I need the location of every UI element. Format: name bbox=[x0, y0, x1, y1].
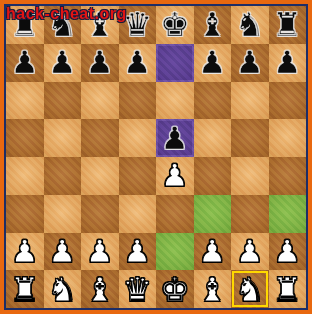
white-pawn[interactable]: ♟ bbox=[11, 236, 39, 267]
square-e6[interactable] bbox=[156, 82, 194, 120]
square-c2[interactable]: ♟ bbox=[81, 233, 119, 271]
square-f7[interactable]: ♟ bbox=[194, 44, 232, 82]
square-c3[interactable] bbox=[81, 195, 119, 233]
square-h7[interactable]: ♟ bbox=[269, 44, 307, 82]
square-e5[interactable]: ♟ bbox=[156, 119, 194, 157]
square-b7[interactable]: ♟ bbox=[44, 44, 82, 82]
white-knight[interactable]: ♞ bbox=[235, 273, 265, 306]
square-b6[interactable] bbox=[44, 82, 82, 120]
square-g5[interactable] bbox=[231, 119, 269, 157]
square-e2[interactable] bbox=[156, 233, 194, 271]
square-d1[interactable]: ♛ bbox=[119, 270, 157, 308]
square-d4[interactable] bbox=[119, 157, 157, 195]
black-king[interactable]: ♚ bbox=[160, 8, 190, 41]
white-knight[interactable]: ♞ bbox=[47, 273, 77, 306]
square-h4[interactable] bbox=[269, 157, 307, 195]
square-f8[interactable]: ♝ bbox=[194, 6, 232, 44]
square-d3[interactable] bbox=[119, 195, 157, 233]
chess-board: ♜♞♝♛♚♝♞♜♟♟♟♟♟♟♟♟♟♟♟♟♟♟♟♟♜♞♝♛♚♝♞♜ bbox=[6, 6, 306, 308]
square-g7[interactable]: ♟ bbox=[231, 44, 269, 82]
black-pawn[interactable]: ♟ bbox=[123, 47, 151, 78]
square-d8[interactable]: ♛ bbox=[119, 6, 157, 44]
square-e4[interactable]: ♟ bbox=[156, 157, 194, 195]
square-e1[interactable]: ♚ bbox=[156, 270, 194, 308]
white-rook[interactable]: ♜ bbox=[272, 273, 302, 306]
square-f5[interactable] bbox=[194, 119, 232, 157]
white-king[interactable]: ♚ bbox=[160, 273, 190, 306]
square-g6[interactable] bbox=[231, 82, 269, 120]
square-c6[interactable] bbox=[81, 82, 119, 120]
square-a8[interactable]: ♜ bbox=[6, 6, 44, 44]
square-a6[interactable] bbox=[6, 82, 44, 120]
square-b2[interactable]: ♟ bbox=[44, 233, 82, 271]
black-bishop[interactable]: ♝ bbox=[85, 8, 115, 41]
square-a3[interactable] bbox=[6, 195, 44, 233]
square-e3[interactable] bbox=[156, 195, 194, 233]
square-f4[interactable] bbox=[194, 157, 232, 195]
square-c7[interactable]: ♟ bbox=[81, 44, 119, 82]
white-pawn[interactable]: ♟ bbox=[236, 236, 264, 267]
square-d6[interactable] bbox=[119, 82, 157, 120]
square-g1[interactable]: ♞ bbox=[231, 270, 269, 308]
square-h3[interactable] bbox=[269, 195, 307, 233]
square-d7[interactable]: ♟ bbox=[119, 44, 157, 82]
black-knight[interactable]: ♞ bbox=[235, 8, 265, 41]
square-c4[interactable] bbox=[81, 157, 119, 195]
square-b5[interactable] bbox=[44, 119, 82, 157]
square-h2[interactable]: ♟ bbox=[269, 233, 307, 271]
black-pawn[interactable]: ♟ bbox=[273, 47, 301, 78]
square-h8[interactable]: ♜ bbox=[269, 6, 307, 44]
square-a5[interactable] bbox=[6, 119, 44, 157]
black-pawn[interactable]: ♟ bbox=[86, 47, 114, 78]
square-b8[interactable]: ♞ bbox=[44, 6, 82, 44]
black-pawn[interactable]: ♟ bbox=[11, 47, 39, 78]
square-a4[interactable] bbox=[6, 157, 44, 195]
square-e7[interactable] bbox=[156, 44, 194, 82]
square-g8[interactable]: ♞ bbox=[231, 6, 269, 44]
white-rook[interactable]: ♜ bbox=[10, 273, 40, 306]
white-pawn[interactable]: ♟ bbox=[123, 236, 151, 267]
square-c8[interactable]: ♝ bbox=[81, 6, 119, 44]
white-pawn[interactable]: ♟ bbox=[86, 236, 114, 267]
white-pawn[interactable]: ♟ bbox=[161, 160, 189, 191]
square-b4[interactable] bbox=[44, 157, 82, 195]
black-bishop[interactable]: ♝ bbox=[197, 8, 227, 41]
square-f6[interactable] bbox=[194, 82, 232, 120]
square-d2[interactable]: ♟ bbox=[119, 233, 157, 271]
white-pawn[interactable]: ♟ bbox=[198, 236, 226, 267]
black-rook[interactable]: ♜ bbox=[272, 8, 302, 41]
white-bishop[interactable]: ♝ bbox=[197, 273, 227, 306]
square-a2[interactable]: ♟ bbox=[6, 233, 44, 271]
white-pawn[interactable]: ♟ bbox=[48, 236, 76, 267]
square-c5[interactable] bbox=[81, 119, 119, 157]
square-f3[interactable] bbox=[194, 195, 232, 233]
black-rook[interactable]: ♜ bbox=[10, 8, 40, 41]
square-b1[interactable]: ♞ bbox=[44, 270, 82, 308]
square-h1[interactable]: ♜ bbox=[269, 270, 307, 308]
square-h6[interactable] bbox=[269, 82, 307, 120]
black-pawn[interactable]: ♟ bbox=[48, 47, 76, 78]
square-d5[interactable] bbox=[119, 119, 157, 157]
square-f2[interactable]: ♟ bbox=[194, 233, 232, 271]
white-bishop[interactable]: ♝ bbox=[85, 273, 115, 306]
square-f1[interactable]: ♝ bbox=[194, 270, 232, 308]
square-h5[interactable] bbox=[269, 119, 307, 157]
black-pawn[interactable]: ♟ bbox=[161, 123, 189, 154]
square-g3[interactable] bbox=[231, 195, 269, 233]
square-g4[interactable] bbox=[231, 157, 269, 195]
board-frame: ♜♞♝♛♚♝♞♜♟♟♟♟♟♟♟♟♟♟♟♟♟♟♟♟♜♞♝♛♚♝♞♜ bbox=[4, 4, 308, 310]
square-a7[interactable]: ♟ bbox=[6, 44, 44, 82]
black-pawn[interactable]: ♟ bbox=[236, 47, 264, 78]
white-queen[interactable]: ♛ bbox=[122, 273, 152, 306]
square-b3[interactable] bbox=[44, 195, 82, 233]
black-pawn[interactable]: ♟ bbox=[198, 47, 226, 78]
square-c1[interactable]: ♝ bbox=[81, 270, 119, 308]
white-pawn[interactable]: ♟ bbox=[273, 236, 301, 267]
square-e8[interactable]: ♚ bbox=[156, 6, 194, 44]
square-g2[interactable]: ♟ bbox=[231, 233, 269, 271]
black-queen[interactable]: ♛ bbox=[122, 8, 152, 41]
black-knight[interactable]: ♞ bbox=[47, 8, 77, 41]
square-a1[interactable]: ♜ bbox=[6, 270, 44, 308]
